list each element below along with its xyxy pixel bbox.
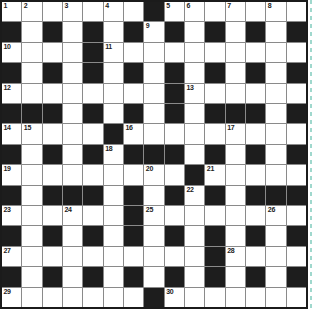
cell-r14c3 xyxy=(43,267,62,286)
cell-r1c11[interactable] xyxy=(205,2,224,21)
cell-r12c13 xyxy=(246,226,265,245)
cell-r5c7[interactable] xyxy=(124,84,143,103)
cell-r15c6[interactable] xyxy=(104,288,123,307)
cell-r1c14[interactable]: 8 xyxy=(266,2,285,21)
cell-r11c1[interactable]: 23 xyxy=(2,206,21,225)
cell-r13c4[interactable] xyxy=(63,247,82,266)
cell-r14c1 xyxy=(2,267,21,286)
cell-r10c3 xyxy=(43,186,62,205)
cell-r4c12[interactable] xyxy=(226,63,245,82)
clue-number-1: 1 xyxy=(4,2,8,10)
cell-r6c14[interactable] xyxy=(266,104,285,123)
cell-r7c13[interactable] xyxy=(246,124,265,143)
cell-r5c1[interactable]: 12 xyxy=(2,84,21,103)
cell-r3c3[interactable] xyxy=(43,43,62,62)
cell-r15c12[interactable] xyxy=(226,288,245,307)
cell-r13c8[interactable] xyxy=(144,247,163,266)
cell-r6c13 xyxy=(246,104,265,123)
clue-number-2: 2 xyxy=(24,2,28,10)
clue-number-20: 20 xyxy=(146,165,153,173)
cell-r8c5 xyxy=(83,145,102,164)
cell-r5c3[interactable] xyxy=(43,84,62,103)
cell-r11c14[interactable]: 26 xyxy=(266,206,285,225)
cell-r2c11 xyxy=(205,22,224,41)
cell-r14c2[interactable] xyxy=(22,267,41,286)
cell-r4c7 xyxy=(124,63,143,82)
cell-r12c10[interactable] xyxy=(185,226,204,245)
cell-r6c6[interactable] xyxy=(104,104,123,123)
clue-number-30: 30 xyxy=(166,288,173,296)
cell-r1c8 xyxy=(144,2,163,21)
cell-r6c12 xyxy=(226,104,245,123)
cell-r8c11 xyxy=(205,145,224,164)
crossword-page: 1234567891011121314151617181920212223242… xyxy=(0,0,312,309)
cell-r3c1[interactable]: 10 xyxy=(2,43,21,62)
cell-r11c7 xyxy=(124,206,143,225)
clue-number-10: 10 xyxy=(4,43,11,51)
cell-r2c6[interactable] xyxy=(104,22,123,41)
cell-r3c10[interactable] xyxy=(185,43,204,62)
cell-r13c6[interactable] xyxy=(104,247,123,266)
cell-r13c15[interactable] xyxy=(287,247,306,266)
cell-r12c15 xyxy=(287,226,306,245)
cell-r3c9[interactable] xyxy=(165,43,184,62)
cell-r3c14[interactable] xyxy=(266,43,285,62)
cell-r4c8[interactable] xyxy=(144,63,163,82)
cell-r5c15[interactable] xyxy=(287,84,306,103)
cell-r10c6[interactable] xyxy=(104,186,123,205)
cell-r10c14 xyxy=(266,186,285,205)
cell-r1c5[interactable] xyxy=(83,2,102,21)
clue-number-29: 29 xyxy=(4,288,11,296)
cell-r15c5[interactable] xyxy=(83,288,102,307)
clue-number-5: 5 xyxy=(166,2,170,10)
cell-r15c3[interactable] xyxy=(43,288,62,307)
clue-number-17: 17 xyxy=(227,124,234,132)
cell-r4c6[interactable] xyxy=(104,63,123,82)
cell-r11c6[interactable] xyxy=(104,206,123,225)
cell-r12c5 xyxy=(83,226,102,245)
cell-r14c7 xyxy=(124,267,143,286)
cell-r12c11 xyxy=(205,226,224,245)
cell-r9c8[interactable]: 20 xyxy=(144,165,163,184)
dashed-cut-line xyxy=(310,0,312,309)
cell-r8c15 xyxy=(287,145,306,164)
cell-r14c6[interactable] xyxy=(104,267,123,286)
cell-r2c12[interactable] xyxy=(226,22,245,41)
clue-number-9: 9 xyxy=(146,22,150,30)
cell-r10c13 xyxy=(246,186,265,205)
clue-number-16: 16 xyxy=(126,124,133,132)
cell-r8c2[interactable] xyxy=(22,145,41,164)
cell-r6c4[interactable] xyxy=(63,104,82,123)
cell-r7c4[interactable] xyxy=(63,124,82,143)
cell-r9c2[interactable] xyxy=(22,165,41,184)
cell-r5c9 xyxy=(165,84,184,103)
cell-r2c5 xyxy=(83,22,102,41)
cell-r14c12[interactable] xyxy=(226,267,245,286)
cell-r7c9[interactable] xyxy=(165,124,184,143)
clue-number-8: 8 xyxy=(268,2,272,10)
cell-r1c9[interactable]: 5 xyxy=(165,2,184,21)
cell-r14c13 xyxy=(246,267,265,286)
cell-r10c2[interactable] xyxy=(22,186,41,205)
cell-r6c7 xyxy=(124,104,143,123)
cell-r9c3[interactable] xyxy=(43,165,62,184)
cell-r7c1[interactable]: 14 xyxy=(2,124,21,143)
clue-number-22: 22 xyxy=(187,186,194,194)
cell-r7c2[interactable]: 15 xyxy=(22,124,41,143)
cell-r1c1[interactable]: 1 xyxy=(2,2,21,21)
cell-r7c6 xyxy=(104,124,123,143)
clue-number-7: 7 xyxy=(227,2,231,10)
cell-r5c6[interactable] xyxy=(104,84,123,103)
clue-number-27: 27 xyxy=(4,247,11,255)
cell-r1c3[interactable] xyxy=(43,2,62,21)
cell-r9c13[interactable] xyxy=(246,165,265,184)
cell-r7c3[interactable] xyxy=(43,124,62,143)
cell-r8c12[interactable] xyxy=(226,145,245,164)
cell-r4c1 xyxy=(2,63,21,82)
cell-r12c2[interactable] xyxy=(22,226,41,245)
cell-r2c2[interactable] xyxy=(22,22,41,41)
cell-r7c12[interactable]: 17 xyxy=(226,124,245,143)
cell-r13c10[interactable] xyxy=(185,247,204,266)
cell-r1c7[interactable] xyxy=(124,2,143,21)
cell-r12c6[interactable] xyxy=(104,226,123,245)
cell-r11c2[interactable] xyxy=(22,206,41,225)
cell-r14c11 xyxy=(205,267,224,286)
cell-r11c8[interactable]: 25 xyxy=(144,206,163,225)
cell-r5c4[interactable] xyxy=(63,84,82,103)
cell-r9c14[interactable] xyxy=(266,165,285,184)
cell-r4c2[interactable] xyxy=(22,63,41,82)
cell-r9c5[interactable] xyxy=(83,165,102,184)
cell-r11c9[interactable] xyxy=(165,206,184,225)
cell-r10c8[interactable] xyxy=(144,186,163,205)
cell-r12c8[interactable] xyxy=(144,226,163,245)
cell-r7c10[interactable] xyxy=(185,124,204,143)
cell-r15c1[interactable]: 29 xyxy=(2,288,21,307)
clue-number-28: 28 xyxy=(227,247,234,255)
cell-r12c3 xyxy=(43,226,62,245)
cell-r2c13 xyxy=(246,22,265,41)
cell-r13c2[interactable] xyxy=(22,247,41,266)
cell-r3c12[interactable] xyxy=(226,43,245,62)
cell-r15c4[interactable] xyxy=(63,288,82,307)
cell-r5c8[interactable] xyxy=(144,84,163,103)
cell-r6c8[interactable] xyxy=(144,104,163,123)
cell-r13c11 xyxy=(205,247,224,266)
cell-r11c3[interactable] xyxy=(43,206,62,225)
cell-r13c3[interactable] xyxy=(43,247,62,266)
cell-r10c9 xyxy=(165,186,184,205)
cell-r15c11[interactable] xyxy=(205,288,224,307)
cell-r10c1 xyxy=(2,186,21,205)
cell-r2c14[interactable] xyxy=(266,22,285,41)
cell-r4c9 xyxy=(165,63,184,82)
cell-r7c8[interactable] xyxy=(144,124,163,143)
cell-r3c2[interactable] xyxy=(22,43,41,62)
cell-r3c6[interactable]: 11 xyxy=(104,43,123,62)
cell-r6c1 xyxy=(2,104,21,123)
cell-r8c3 xyxy=(43,145,62,164)
cell-r1c2[interactable]: 2 xyxy=(22,2,41,21)
cell-r15c9[interactable]: 30 xyxy=(165,288,184,307)
cell-r8c14[interactable] xyxy=(266,145,285,164)
cell-r6c2 xyxy=(22,104,41,123)
cell-r9c4[interactable] xyxy=(63,165,82,184)
cell-r15c8 xyxy=(144,288,163,307)
cell-r2c1 xyxy=(2,22,21,41)
clue-number-4: 4 xyxy=(105,2,109,10)
cell-r13c1[interactable]: 27 xyxy=(2,247,21,266)
cell-r9c12[interactable] xyxy=(226,165,245,184)
cell-r6c11 xyxy=(205,104,224,123)
cell-r12c4[interactable] xyxy=(63,226,82,245)
cell-r5c2[interactable] xyxy=(22,84,41,103)
crossword-board: 1234567891011121314151617181920212223242… xyxy=(0,0,308,309)
cell-r15c13[interactable] xyxy=(246,288,265,307)
cell-r10c12[interactable] xyxy=(226,186,245,205)
cell-r5c14[interactable] xyxy=(266,84,285,103)
clue-number-3: 3 xyxy=(65,2,69,10)
cell-r3c13[interactable] xyxy=(246,43,265,62)
cell-r4c15 xyxy=(287,63,306,82)
clue-number-25: 25 xyxy=(146,206,153,214)
cell-r11c10[interactable] xyxy=(185,206,204,225)
cell-r10c7 xyxy=(124,186,143,205)
cell-r7c5[interactable] xyxy=(83,124,102,143)
clue-number-23: 23 xyxy=(4,206,11,214)
cell-r1c4[interactable]: 3 xyxy=(63,2,82,21)
clue-number-15: 15 xyxy=(24,124,31,132)
cell-r13c12[interactable]: 28 xyxy=(226,247,245,266)
cell-r9c15[interactable] xyxy=(287,165,306,184)
cell-r11c4[interactable]: 24 xyxy=(63,206,82,225)
cell-r7c11[interactable] xyxy=(205,124,224,143)
cell-r12c9 xyxy=(165,226,184,245)
cell-r13c7[interactable] xyxy=(124,247,143,266)
cell-r14c10[interactable] xyxy=(185,267,204,286)
cell-r6c5 xyxy=(83,104,102,123)
cell-r8c7 xyxy=(124,145,143,164)
cell-r5c10[interactable]: 13 xyxy=(185,84,204,103)
cell-r15c2[interactable] xyxy=(22,288,41,307)
clue-number-13: 13 xyxy=(187,84,194,92)
cell-r6c3 xyxy=(43,104,62,123)
cell-r10c10[interactable]: 22 xyxy=(185,186,204,205)
clue-number-6: 6 xyxy=(187,2,191,10)
cell-r4c13 xyxy=(246,63,265,82)
clue-number-14: 14 xyxy=(4,124,11,132)
cell-r13c5[interactable] xyxy=(83,247,102,266)
cell-r1c6[interactable]: 4 xyxy=(104,2,123,21)
cell-r4c4[interactable] xyxy=(63,63,82,82)
clue-number-26: 26 xyxy=(268,206,275,214)
cell-r11c11[interactable] xyxy=(205,206,224,225)
cell-r12c1 xyxy=(2,226,21,245)
cell-r4c5 xyxy=(83,63,102,82)
cell-r10c4 xyxy=(63,186,82,205)
cell-r10c5 xyxy=(83,186,102,205)
cell-r10c11 xyxy=(205,186,224,205)
cell-r8c9 xyxy=(165,145,184,164)
cell-r3c8[interactable] xyxy=(144,43,163,62)
cell-r14c4[interactable] xyxy=(63,267,82,286)
cell-r5c12[interactable] xyxy=(226,84,245,103)
cell-r13c13[interactable] xyxy=(246,247,265,266)
cell-r7c14[interactable] xyxy=(266,124,285,143)
clue-number-12: 12 xyxy=(4,84,11,92)
cell-r3c5 xyxy=(83,43,102,62)
cell-r3c15[interactable] xyxy=(287,43,306,62)
clue-number-19: 19 xyxy=(4,165,11,173)
cell-r4c14[interactable] xyxy=(266,63,285,82)
cell-r6c9 xyxy=(165,104,184,123)
cell-r9c6[interactable] xyxy=(104,165,123,184)
cell-r2c15 xyxy=(287,22,306,41)
cell-r2c4[interactable] xyxy=(63,22,82,41)
cell-r5c5[interactable] xyxy=(83,84,102,103)
cell-r4c10[interactable] xyxy=(185,63,204,82)
cell-r2c7 xyxy=(124,22,143,41)
cell-r13c14[interactable] xyxy=(266,247,285,266)
cell-r6c10[interactable] xyxy=(185,104,204,123)
cell-r11c12[interactable] xyxy=(226,206,245,225)
cell-r3c7[interactable] xyxy=(124,43,143,62)
cell-r12c12[interactable] xyxy=(226,226,245,245)
cell-r14c8[interactable] xyxy=(144,267,163,286)
cell-r8c13 xyxy=(246,145,265,164)
cell-r14c15 xyxy=(287,267,306,286)
cell-r9c9[interactable] xyxy=(165,165,184,184)
cell-r8c1 xyxy=(2,145,21,164)
cell-r9c10 xyxy=(185,165,204,184)
cell-r6c15 xyxy=(287,104,306,123)
cell-r1c12[interactable]: 7 xyxy=(226,2,245,21)
cell-r8c4[interactable] xyxy=(63,145,82,164)
cell-r8c6[interactable]: 18 xyxy=(104,145,123,164)
clue-number-18: 18 xyxy=(105,145,112,153)
cell-r11c5[interactable] xyxy=(83,206,102,225)
cell-r4c11 xyxy=(205,63,224,82)
cell-r5c13[interactable] xyxy=(246,84,265,103)
clue-number-24: 24 xyxy=(65,206,72,214)
cell-r2c9 xyxy=(165,22,184,41)
cell-r15c7[interactable] xyxy=(124,288,143,307)
cell-r1c15[interactable] xyxy=(287,2,306,21)
cell-r14c9 xyxy=(165,267,184,286)
cell-r2c10[interactable] xyxy=(185,22,204,41)
cell-r12c7 xyxy=(124,226,143,245)
cell-r9c1[interactable]: 19 xyxy=(2,165,21,184)
clue-number-11: 11 xyxy=(105,43,112,51)
cell-r14c5 xyxy=(83,267,102,286)
cell-r10c15 xyxy=(287,186,306,205)
cell-r7c15[interactable] xyxy=(287,124,306,143)
cell-r7c7[interactable]: 16 xyxy=(124,124,143,143)
cell-r2c8[interactable]: 9 xyxy=(144,22,163,41)
cell-r8c8 xyxy=(144,145,163,164)
cell-r3c4[interactable] xyxy=(63,43,82,62)
cell-r4c3 xyxy=(43,63,62,82)
cell-r2c3 xyxy=(43,22,62,41)
cell-r11c13[interactable] xyxy=(246,206,265,225)
cell-r8c10[interactable] xyxy=(185,145,204,164)
cell-r15c10[interactable] xyxy=(185,288,204,307)
clue-number-21: 21 xyxy=(207,165,214,173)
cell-r5c11[interactable] xyxy=(205,84,224,103)
cell-r13c9[interactable] xyxy=(165,247,184,266)
cell-r1c13[interactable] xyxy=(246,2,265,21)
cell-r9c7[interactable] xyxy=(124,165,143,184)
cell-r15c14[interactable] xyxy=(266,288,285,307)
cell-r15c15[interactable] xyxy=(287,288,306,307)
cell-r14c14[interactable] xyxy=(266,267,285,286)
cell-r9c11[interactable]: 21 xyxy=(205,165,224,184)
cell-r3c11[interactable] xyxy=(205,43,224,62)
cell-r1c10[interactable]: 6 xyxy=(185,2,204,21)
cell-r12c14[interactable] xyxy=(266,226,285,245)
cell-r11c15[interactable] xyxy=(287,206,306,225)
